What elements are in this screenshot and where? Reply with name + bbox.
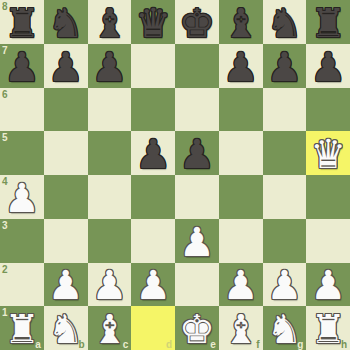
square-c5[interactable] — [88, 131, 132, 175]
white-pawn[interactable]: ♟ — [175, 219, 219, 263]
square-d8[interactable]: ♛ — [131, 0, 175, 44]
square-e3[interactable]: ♟ — [175, 219, 219, 263]
white-pawn[interactable]: ♟ — [219, 263, 263, 307]
square-g3[interactable] — [263, 219, 307, 263]
square-h7[interactable]: ♟ — [306, 44, 350, 88]
square-h5[interactable]: ♛ — [306, 131, 350, 175]
square-d6[interactable] — [131, 88, 175, 132]
square-f2[interactable]: ♟ — [219, 263, 263, 307]
white-pawn[interactable]: ♟ — [44, 263, 88, 307]
square-h2[interactable]: ♟ — [306, 263, 350, 307]
white-knight[interactable]: ♞ — [44, 306, 88, 350]
square-f6[interactable] — [219, 88, 263, 132]
black-bishop[interactable]: ♝ — [219, 0, 263, 44]
white-pawn[interactable]: ♟ — [0, 175, 44, 219]
square-f8[interactable]: ♝ — [219, 0, 263, 44]
square-b2[interactable]: ♟ — [44, 263, 88, 307]
square-f7[interactable]: ♟ — [219, 44, 263, 88]
black-queen[interactable]: ♛ — [131, 0, 175, 44]
square-e1[interactable]: e♚ — [175, 306, 219, 350]
file-label-d: d — [166, 339, 172, 350]
black-bishop[interactable]: ♝ — [88, 0, 132, 44]
white-pawn[interactable]: ♟ — [306, 263, 350, 307]
rank-label-3: 3 — [2, 220, 8, 231]
square-a2[interactable]: 2 — [0, 263, 44, 307]
square-h1[interactable]: h♜ — [306, 306, 350, 350]
white-rook[interactable]: ♜ — [306, 306, 350, 350]
square-d7[interactable] — [131, 44, 175, 88]
square-a5[interactable]: 5 — [0, 131, 44, 175]
square-e4[interactable] — [175, 175, 219, 219]
black-knight[interactable]: ♞ — [263, 0, 307, 44]
square-e2[interactable] — [175, 263, 219, 307]
square-e6[interactable] — [175, 88, 219, 132]
square-g4[interactable] — [263, 175, 307, 219]
square-a4[interactable]: 4♟ — [0, 175, 44, 219]
black-pawn[interactable]: ♟ — [306, 44, 350, 88]
black-king[interactable]: ♚ — [175, 0, 219, 44]
square-g7[interactable]: ♟ — [263, 44, 307, 88]
square-d5[interactable]: ♟ — [131, 131, 175, 175]
square-d4[interactable] — [131, 175, 175, 219]
black-knight[interactable]: ♞ — [44, 0, 88, 44]
square-h8[interactable]: ♜ — [306, 0, 350, 44]
white-queen[interactable]: ♛ — [306, 131, 350, 175]
white-pawn[interactable]: ♟ — [131, 263, 175, 307]
white-pawn[interactable]: ♟ — [88, 263, 132, 307]
chess-board: 8♜♞♝♛♚♝♞♜7♟♟♟♟♟♟65♟♟♛4♟3♟2♟♟♟♟♟♟1a♜b♞c♝d… — [0, 0, 350, 350]
square-h4[interactable] — [306, 175, 350, 219]
square-b4[interactable] — [44, 175, 88, 219]
square-c7[interactable]: ♟ — [88, 44, 132, 88]
black-pawn[interactable]: ♟ — [44, 44, 88, 88]
white-bishop[interactable]: ♝ — [219, 306, 263, 350]
square-d3[interactable] — [131, 219, 175, 263]
black-pawn[interactable]: ♟ — [219, 44, 263, 88]
square-f4[interactable] — [219, 175, 263, 219]
square-h3[interactable] — [306, 219, 350, 263]
square-e8[interactable]: ♚ — [175, 0, 219, 44]
black-pawn[interactable]: ♟ — [131, 131, 175, 175]
square-e7[interactable] — [175, 44, 219, 88]
square-g8[interactable]: ♞ — [263, 0, 307, 44]
square-h6[interactable] — [306, 88, 350, 132]
rank-label-2: 2 — [2, 264, 8, 275]
square-b3[interactable] — [44, 219, 88, 263]
square-g1[interactable]: g♞ — [263, 306, 307, 350]
square-f3[interactable] — [219, 219, 263, 263]
rank-label-6: 6 — [2, 89, 8, 100]
square-c4[interactable] — [88, 175, 132, 219]
black-pawn[interactable]: ♟ — [263, 44, 307, 88]
square-b1[interactable]: b♞ — [44, 306, 88, 350]
square-e5[interactable]: ♟ — [175, 131, 219, 175]
square-a7[interactable]: 7♟ — [0, 44, 44, 88]
square-g6[interactable] — [263, 88, 307, 132]
square-b6[interactable] — [44, 88, 88, 132]
square-c6[interactable] — [88, 88, 132, 132]
square-d1[interactable]: d — [131, 306, 175, 350]
square-b5[interactable] — [44, 131, 88, 175]
white-bishop[interactable]: ♝ — [88, 306, 132, 350]
black-rook[interactable]: ♜ — [306, 0, 350, 44]
rank-label-5: 5 — [2, 132, 8, 143]
square-b7[interactable]: ♟ — [44, 44, 88, 88]
square-a6[interactable]: 6 — [0, 88, 44, 132]
white-pawn[interactable]: ♟ — [263, 263, 307, 307]
square-g2[interactable]: ♟ — [263, 263, 307, 307]
black-pawn[interactable]: ♟ — [88, 44, 132, 88]
black-pawn[interactable]: ♟ — [0, 44, 44, 88]
square-c1[interactable]: c♝ — [88, 306, 132, 350]
white-king[interactable]: ♚ — [175, 306, 219, 350]
square-c8[interactable]: ♝ — [88, 0, 132, 44]
black-rook[interactable]: ♜ — [0, 0, 44, 44]
square-f1[interactable]: f♝ — [219, 306, 263, 350]
square-d2[interactable]: ♟ — [131, 263, 175, 307]
black-pawn[interactable]: ♟ — [175, 131, 219, 175]
square-b8[interactable]: ♞ — [44, 0, 88, 44]
square-a8[interactable]: 8♜ — [0, 0, 44, 44]
square-c3[interactable] — [88, 219, 132, 263]
square-f5[interactable] — [219, 131, 263, 175]
white-rook[interactable]: ♜ — [0, 306, 44, 350]
square-a3[interactable]: 3 — [0, 219, 44, 263]
board-container: 8♜♞♝♛♚♝♞♜7♟♟♟♟♟♟65♟♟♛4♟3♟2♟♟♟♟♟♟1a♜b♞c♝d… — [0, 0, 350, 350]
square-a1[interactable]: 1a♜ — [0, 306, 44, 350]
square-g5[interactable] — [263, 131, 307, 175]
white-knight[interactable]: ♞ — [263, 306, 307, 350]
square-c2[interactable]: ♟ — [88, 263, 132, 307]
